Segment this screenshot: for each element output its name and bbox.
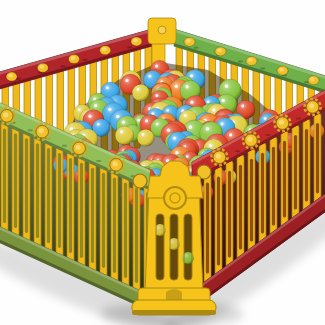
ball-pit-scene [0,0,325,325]
play-ball [115,126,134,145]
play-ball [137,129,154,146]
product-photo [0,0,325,325]
play-ball [132,84,149,101]
